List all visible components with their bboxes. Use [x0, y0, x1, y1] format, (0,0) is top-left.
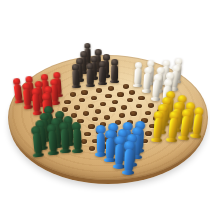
hole[interactable] [148, 103, 154, 108]
hole[interactable] [91, 96, 97, 101]
hole[interactable] [117, 92, 123, 97]
peg-foot [122, 170, 134, 175]
hole[interactable] [119, 113, 125, 118]
peg-foot [133, 83, 142, 87]
hole[interactable] [108, 86, 114, 91]
hole[interactable] [112, 100, 118, 105]
hole[interactable] [79, 98, 85, 103]
hole[interactable] [136, 104, 142, 109]
hole[interactable] [129, 90, 135, 95]
hole[interactable] [104, 115, 110, 120]
peg-foot [48, 150, 59, 155]
hole[interactable] [81, 90, 87, 95]
peg-foot [152, 96, 162, 100]
hole[interactable] [70, 92, 76, 97]
hole[interactable] [100, 102, 106, 107]
peg-foot [60, 148, 71, 153]
hole[interactable] [121, 105, 127, 110]
hole[interactable] [96, 88, 102, 93]
hole[interactable] [138, 96, 144, 101]
hole[interactable] [83, 111, 89, 116]
hole[interactable] [64, 100, 70, 105]
hole[interactable] [123, 84, 129, 89]
hole[interactable] [92, 117, 98, 122]
peg-foot [72, 85, 81, 89]
peg-foot [86, 83, 95, 87]
chinese-checkers-photo [0, 0, 210, 210]
peg-foot [33, 152, 44, 157]
peg-black[interactable] [110, 59, 119, 83]
peg-layer [0, 0, 210, 210]
hole[interactable] [109, 107, 115, 112]
peg-body [153, 118, 163, 140]
peg-blue[interactable] [122, 141, 135, 175]
peg-foot [72, 148, 83, 153]
peg-green[interactable] [70, 122, 83, 153]
peg-foot [110, 80, 119, 83]
peg-foot [142, 89, 151, 93]
peg-black[interactable] [98, 61, 107, 85]
hole[interactable] [145, 111, 151, 116]
hole[interactable] [95, 109, 101, 114]
peg-yellow[interactable] [151, 110, 164, 142]
peg-green[interactable] [45, 124, 59, 156]
peg-foot [98, 81, 107, 84]
peg-black[interactable] [70, 64, 80, 89]
hole[interactable] [130, 111, 136, 116]
hole[interactable] [74, 105, 80, 110]
peg-green[interactable] [58, 122, 71, 153]
peg-black[interactable] [85, 62, 95, 87]
hole[interactable] [88, 124, 94, 129]
hole[interactable] [84, 132, 90, 137]
hole[interactable] [127, 98, 133, 103]
peg-body [167, 118, 177, 141]
hole[interactable] [105, 94, 111, 99]
hole[interactable] [88, 104, 94, 109]
